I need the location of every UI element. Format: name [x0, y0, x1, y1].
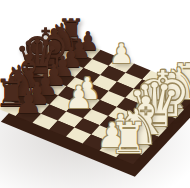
- piece-white-pawn-h5: ♟: [109, 40, 133, 67]
- chess-photo-scene: ♜♞♝♛♚♝♞♜♟♟♟♟♟♟♟♟♟♟♟♟♟♟♟♟♜♞♝♛♚♝♞♜: [0, 0, 190, 188]
- piece-black-pawn-a7: ♟: [14, 87, 42, 118]
- pieces-layer: ♜♞♝♛♚♝♞♜♟♟♟♟♟♟♟♟♟♟♟♟♟♟♟♟♜♞♝♛♚♝♞♜: [0, 0, 190, 188]
- piece-white-pawn-c5: ♟: [65, 83, 93, 114]
- piece-white-rook-a1: ♜: [110, 118, 148, 161]
